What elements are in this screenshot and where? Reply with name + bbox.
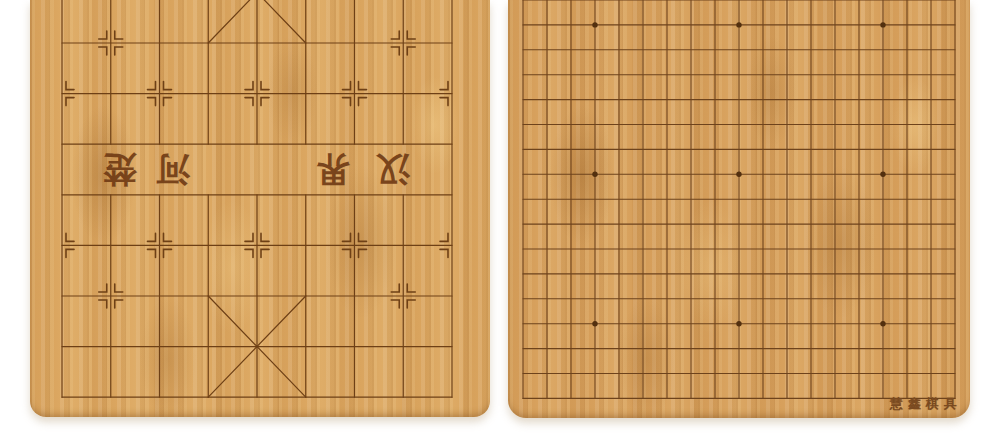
- star-point: [592, 321, 597, 326]
- maker-mark: 慧鑫棋具: [890, 395, 962, 413]
- star-point: [880, 22, 885, 27]
- star-point: [736, 22, 741, 27]
- river-character: 楚: [103, 151, 138, 188]
- star-point: [880, 321, 885, 326]
- star-point: [592, 172, 597, 177]
- go-board: 慧鑫棋具: [508, 0, 970, 418]
- star-point: [880, 172, 885, 177]
- river-character: 界: [316, 151, 351, 188]
- xiangqi-grid: 楚河界汉: [30, 0, 490, 417]
- product-photo: 楚河界汉 慧鑫棋具: [0, 0, 990, 436]
- river-character: 河: [156, 151, 191, 188]
- star-point: [592, 22, 597, 27]
- river-character: 汉: [375, 151, 411, 188]
- star-point: [736, 172, 741, 177]
- star-point: [736, 321, 741, 326]
- xiangqi-board: 楚河界汉: [30, 0, 490, 417]
- go-grid: [508, 0, 970, 418]
